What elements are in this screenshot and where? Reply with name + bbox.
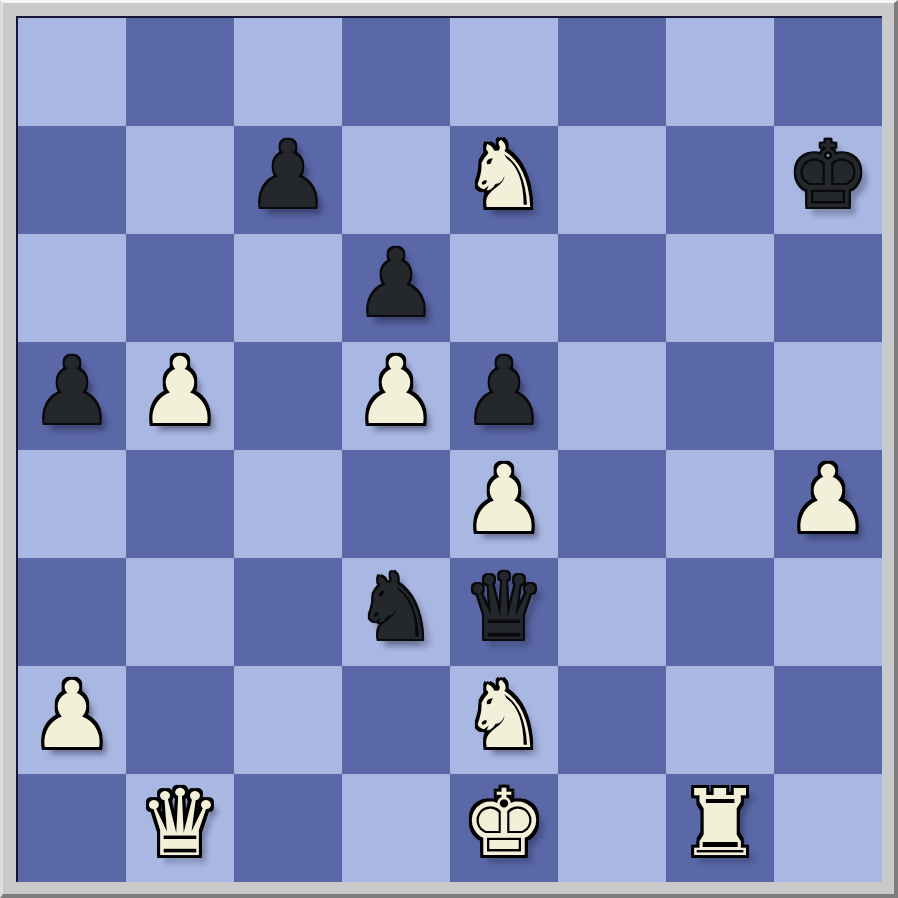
square-h4[interactable]: ♟ bbox=[774, 450, 882, 558]
square-f6[interactable] bbox=[558, 234, 666, 342]
black-pawn-c7[interactable]: ♟ bbox=[247, 130, 329, 222]
square-h8[interactable] bbox=[774, 18, 882, 126]
square-d2[interactable] bbox=[342, 666, 450, 774]
square-e1[interactable]: ♚ bbox=[450, 774, 558, 882]
chess-board: ♟♞♚♟♟♟♟♟♟♟♞♛♟♞♛♚♜ bbox=[16, 16, 882, 882]
square-d8[interactable] bbox=[342, 18, 450, 126]
square-h5[interactable] bbox=[774, 342, 882, 450]
white-knight-e2[interactable]: ♞ bbox=[463, 670, 545, 762]
square-b8[interactable] bbox=[126, 18, 234, 126]
square-a5[interactable]: ♟ bbox=[18, 342, 126, 450]
black-pawn-a5[interactable]: ♟ bbox=[31, 346, 113, 438]
square-e6[interactable] bbox=[450, 234, 558, 342]
square-h3[interactable] bbox=[774, 558, 882, 666]
black-king-h7[interactable]: ♚ bbox=[787, 130, 869, 222]
square-h1[interactable] bbox=[774, 774, 882, 882]
square-d4[interactable] bbox=[342, 450, 450, 558]
black-queen-e3[interactable]: ♛ bbox=[463, 562, 545, 654]
white-pawn-b5[interactable]: ♟ bbox=[139, 346, 221, 438]
square-b5[interactable]: ♟ bbox=[126, 342, 234, 450]
square-c6[interactable] bbox=[234, 234, 342, 342]
square-a6[interactable] bbox=[18, 234, 126, 342]
square-g8[interactable] bbox=[666, 18, 774, 126]
white-rook-g1[interactable]: ♜ bbox=[679, 778, 761, 870]
square-c3[interactable] bbox=[234, 558, 342, 666]
white-pawn-h4[interactable]: ♟ bbox=[787, 454, 869, 546]
square-d6[interactable]: ♟ bbox=[342, 234, 450, 342]
white-pawn-e4[interactable]: ♟ bbox=[463, 454, 545, 546]
black-pawn-e5[interactable]: ♟ bbox=[463, 346, 545, 438]
square-c7[interactable]: ♟ bbox=[234, 126, 342, 234]
square-d3[interactable]: ♞ bbox=[342, 558, 450, 666]
square-h7[interactable]: ♚ bbox=[774, 126, 882, 234]
square-g2[interactable] bbox=[666, 666, 774, 774]
square-e7[interactable]: ♞ bbox=[450, 126, 558, 234]
square-c4[interactable] bbox=[234, 450, 342, 558]
square-e5[interactable]: ♟ bbox=[450, 342, 558, 450]
square-d5[interactable]: ♟ bbox=[342, 342, 450, 450]
square-h6[interactable] bbox=[774, 234, 882, 342]
square-a2[interactable]: ♟ bbox=[18, 666, 126, 774]
square-f3[interactable] bbox=[558, 558, 666, 666]
square-e2[interactable]: ♞ bbox=[450, 666, 558, 774]
square-f4[interactable] bbox=[558, 450, 666, 558]
square-g5[interactable] bbox=[666, 342, 774, 450]
square-f1[interactable] bbox=[558, 774, 666, 882]
white-pawn-d5[interactable]: ♟ bbox=[355, 346, 437, 438]
square-a7[interactable] bbox=[18, 126, 126, 234]
square-c1[interactable] bbox=[234, 774, 342, 882]
square-f5[interactable] bbox=[558, 342, 666, 450]
square-c8[interactable] bbox=[234, 18, 342, 126]
square-g7[interactable] bbox=[666, 126, 774, 234]
square-g1[interactable]: ♜ bbox=[666, 774, 774, 882]
square-e4[interactable]: ♟ bbox=[450, 450, 558, 558]
square-a3[interactable] bbox=[18, 558, 126, 666]
square-f7[interactable] bbox=[558, 126, 666, 234]
white-king-e1[interactable]: ♚ bbox=[463, 778, 545, 870]
square-f8[interactable] bbox=[558, 18, 666, 126]
square-g3[interactable] bbox=[666, 558, 774, 666]
board-frame: ♟♞♚♟♟♟♟♟♟♟♞♛♟♞♛♚♜ bbox=[0, 0, 898, 898]
square-g4[interactable] bbox=[666, 450, 774, 558]
white-knight-e7[interactable]: ♞ bbox=[463, 130, 545, 222]
square-c5[interactable] bbox=[234, 342, 342, 450]
black-knight-d3[interactable]: ♞ bbox=[355, 562, 437, 654]
square-b2[interactable] bbox=[126, 666, 234, 774]
square-b4[interactable] bbox=[126, 450, 234, 558]
square-e8[interactable] bbox=[450, 18, 558, 126]
white-pawn-a2[interactable]: ♟ bbox=[31, 670, 113, 762]
square-g6[interactable] bbox=[666, 234, 774, 342]
square-c2[interactable] bbox=[234, 666, 342, 774]
square-a1[interactable] bbox=[18, 774, 126, 882]
square-b6[interactable] bbox=[126, 234, 234, 342]
square-h2[interactable] bbox=[774, 666, 882, 774]
square-b7[interactable] bbox=[126, 126, 234, 234]
square-b1[interactable]: ♛ bbox=[126, 774, 234, 882]
square-d1[interactable] bbox=[342, 774, 450, 882]
white-queen-b1[interactable]: ♛ bbox=[139, 778, 221, 870]
square-d7[interactable] bbox=[342, 126, 450, 234]
square-f2[interactable] bbox=[558, 666, 666, 774]
square-a4[interactable] bbox=[18, 450, 126, 558]
black-pawn-d6[interactable]: ♟ bbox=[355, 238, 437, 330]
square-b3[interactable] bbox=[126, 558, 234, 666]
square-e3[interactable]: ♛ bbox=[450, 558, 558, 666]
square-a8[interactable] bbox=[18, 18, 126, 126]
